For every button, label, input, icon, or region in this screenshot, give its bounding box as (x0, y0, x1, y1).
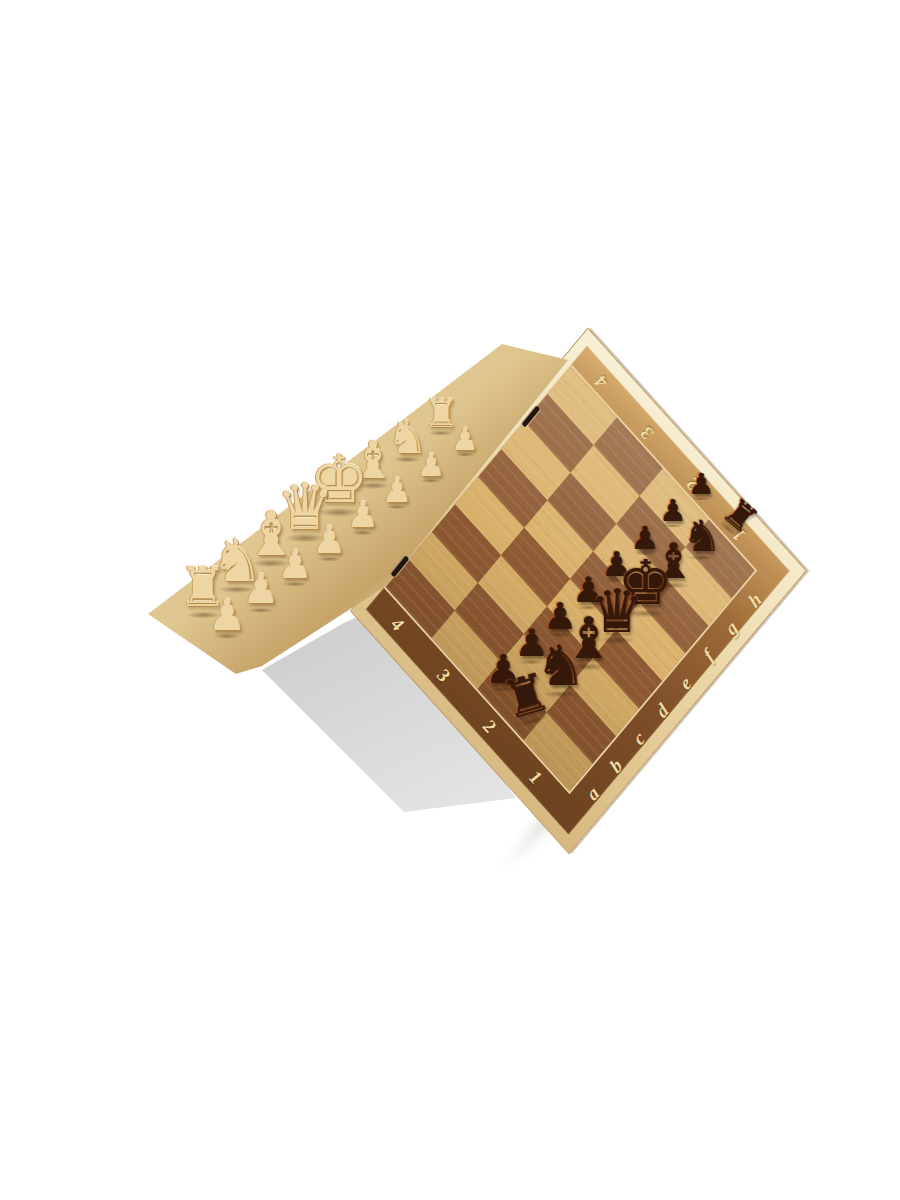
product-photo-stage: abcdefgh44332211 ♜♞♝♛♚♝♞♜♟♟♟♟♟♟♟♟♟♟♟♟♟♟♟… (0, 0, 900, 1200)
